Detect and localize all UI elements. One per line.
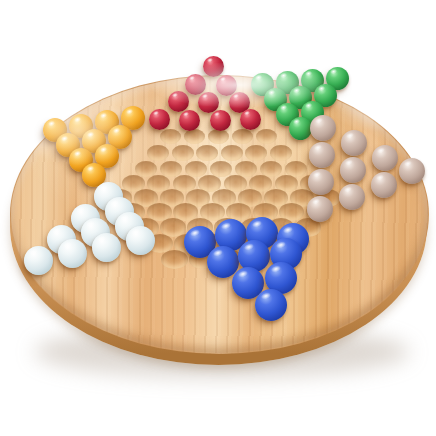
board-hole-dimple[interactable] xyxy=(196,145,218,161)
marble-taupe[interactable] xyxy=(399,158,425,184)
board-hole-dimple[interactable] xyxy=(232,129,253,144)
board-hole-dimple[interactable] xyxy=(256,129,277,144)
board-hole-dimple[interactable] xyxy=(172,145,194,161)
board-hole-dimple[interactable] xyxy=(285,161,308,177)
marble-taupe[interactable] xyxy=(310,115,336,141)
marble-red[interactable] xyxy=(210,110,231,131)
board-hole-dimple[interactable] xyxy=(270,145,292,161)
marble-taupe[interactable] xyxy=(309,142,335,168)
marble-white[interactable] xyxy=(24,246,53,275)
board-hole-dimple[interactable] xyxy=(210,161,233,177)
board-hole-dimple[interactable] xyxy=(185,161,208,177)
marble-green[interactable] xyxy=(289,117,312,140)
board-hole-dimple[interactable] xyxy=(184,129,205,144)
marble-red[interactable] xyxy=(198,92,219,113)
marble-blue[interactable] xyxy=(255,289,287,321)
board-hole-dimple[interactable] xyxy=(160,129,181,144)
marble-taupe[interactable] xyxy=(307,196,333,222)
board-hole-dimple[interactable] xyxy=(245,145,267,161)
marble-taupe[interactable] xyxy=(371,172,397,198)
board-hole-dimple[interactable] xyxy=(161,250,188,269)
marble-white[interactable] xyxy=(92,233,121,262)
marble-white[interactable] xyxy=(126,226,155,255)
board-hole-dimple[interactable] xyxy=(147,145,169,161)
board-hole-dimple[interactable] xyxy=(160,161,183,177)
marble-taupe[interactable] xyxy=(372,145,398,171)
marble-red[interactable] xyxy=(179,110,200,131)
board-hole-dimple[interactable] xyxy=(208,129,229,144)
board-hole-dimple[interactable] xyxy=(260,161,283,177)
marble-taupe[interactable] xyxy=(308,169,334,195)
marble-red[interactable] xyxy=(185,74,206,95)
board-hole-dimple[interactable] xyxy=(235,161,258,177)
marble-red[interactable] xyxy=(149,109,170,130)
board-hole-dimple[interactable] xyxy=(135,161,158,177)
photo-scene xyxy=(0,0,436,436)
marble-taupe[interactable] xyxy=(339,184,365,210)
marble-taupe[interactable] xyxy=(341,130,367,156)
marble-red[interactable] xyxy=(240,109,261,130)
marble-white[interactable] xyxy=(58,239,87,268)
marble-taupe[interactable] xyxy=(340,157,366,183)
marble-red[interactable] xyxy=(203,56,224,77)
marble-red[interactable] xyxy=(216,75,237,96)
board-hole-dimple[interactable] xyxy=(221,145,243,161)
marble-red[interactable] xyxy=(168,91,189,112)
